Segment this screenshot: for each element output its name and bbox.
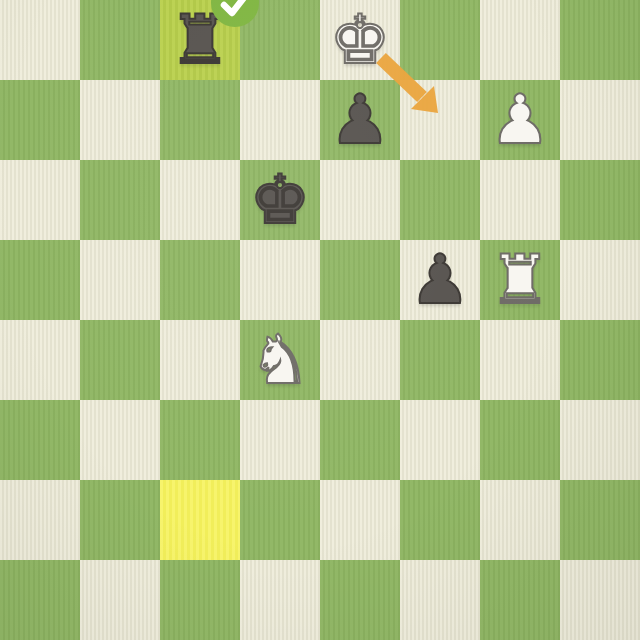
square-e2[interactable]: [320, 480, 400, 560]
square-h8[interactable]: [560, 0, 640, 80]
square-d7[interactable]: [240, 80, 320, 160]
square-b3[interactable]: [80, 400, 160, 480]
square-b1[interactable]: [80, 560, 160, 640]
square-h3[interactable]: [560, 400, 640, 480]
square-d3[interactable]: [240, 400, 320, 480]
chess-board: ♜♚♟♟♚♟♜♞: [0, 0, 640, 640]
piece-white-pawn[interactable]: ♟: [480, 80, 560, 160]
square-d2[interactable]: [240, 480, 320, 560]
square-c7[interactable]: [160, 80, 240, 160]
square-f7[interactable]: [400, 80, 480, 160]
square-h1[interactable]: [560, 560, 640, 640]
square-h4[interactable]: [560, 320, 640, 400]
square-e7[interactable]: ♟: [320, 80, 400, 160]
piece-black-pawn[interactable]: ♟: [400, 240, 480, 320]
square-e8[interactable]: ♚: [320, 0, 400, 80]
square-e5[interactable]: [320, 240, 400, 320]
square-b6[interactable]: [80, 160, 160, 240]
square-c4[interactable]: [160, 320, 240, 400]
square-f5[interactable]: ♟: [400, 240, 480, 320]
square-g6[interactable]: [480, 160, 560, 240]
square-g2[interactable]: [480, 480, 560, 560]
piece-white-king[interactable]: ♚: [320, 0, 400, 80]
square-e6[interactable]: [320, 160, 400, 240]
square-h7[interactable]: [560, 80, 640, 160]
square-g4[interactable]: [480, 320, 560, 400]
piece-black-king[interactable]: ♚: [240, 160, 320, 240]
square-g7[interactable]: ♟: [480, 80, 560, 160]
correct-move-badge: [211, 0, 259, 27]
square-f3[interactable]: [400, 400, 480, 480]
square-e1[interactable]: [320, 560, 400, 640]
chess-board-photo: ♜♚♟♟♚♟♜♞: [0, 0, 640, 640]
square-g5[interactable]: ♜: [480, 240, 560, 320]
square-f1[interactable]: [400, 560, 480, 640]
square-g3[interactable]: [480, 400, 560, 480]
square-a1[interactable]: [0, 560, 80, 640]
square-c5[interactable]: [160, 240, 240, 320]
square-a5[interactable]: [0, 240, 80, 320]
square-a4[interactable]: [0, 320, 80, 400]
square-f6[interactable]: [400, 160, 480, 240]
square-e4[interactable]: [320, 320, 400, 400]
square-d5[interactable]: [240, 240, 320, 320]
square-a3[interactable]: [0, 400, 80, 480]
square-c1[interactable]: [160, 560, 240, 640]
square-h5[interactable]: [560, 240, 640, 320]
square-c3[interactable]: [160, 400, 240, 480]
square-f4[interactable]: [400, 320, 480, 400]
square-h2[interactable]: [560, 480, 640, 560]
square-b7[interactable]: [80, 80, 160, 160]
square-a7[interactable]: [0, 80, 80, 160]
square-f8[interactable]: [400, 0, 480, 80]
square-c6[interactable]: [160, 160, 240, 240]
square-a2[interactable]: [0, 480, 80, 560]
square-a6[interactable]: [0, 160, 80, 240]
square-h6[interactable]: [560, 160, 640, 240]
square-g8[interactable]: [480, 0, 560, 80]
square-d6[interactable]: ♚: [240, 160, 320, 240]
square-b5[interactable]: [80, 240, 160, 320]
square-b4[interactable]: [80, 320, 160, 400]
piece-white-knight[interactable]: ♞: [240, 320, 320, 400]
piece-white-rook[interactable]: ♜: [480, 240, 560, 320]
square-d1[interactable]: [240, 560, 320, 640]
square-a8[interactable]: [0, 0, 80, 80]
square-b2[interactable]: [80, 480, 160, 560]
square-g1[interactable]: [480, 560, 560, 640]
square-f2[interactable]: [400, 480, 480, 560]
square-e3[interactable]: [320, 400, 400, 480]
square-d4[interactable]: ♞: [240, 320, 320, 400]
square-c2[interactable]: [160, 480, 240, 560]
piece-black-pawn[interactable]: ♟: [320, 80, 400, 160]
checkmark-icon: [211, 0, 259, 27]
square-b8[interactable]: [80, 0, 160, 80]
